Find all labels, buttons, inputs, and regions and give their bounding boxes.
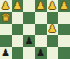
- black-pawn[interactable]: ♟: [25, 36, 34, 46]
- square-r2-c4[interactable]: [35, 12, 47, 24]
- chess-board: ♟♟♟♟♟♛♟♟♟♟: [0, 0, 70, 59]
- square-r2-c2[interactable]: [12, 12, 24, 24]
- square-r1-c4[interactable]: ♟: [35, 0, 47, 12]
- white-pawn[interactable]: ♟: [60, 0, 69, 10]
- square-r5-c1[interactable]: ♟: [0, 47, 12, 59]
- square-r4-c2[interactable]: [12, 35, 24, 47]
- white-pawn[interactable]: ♟: [48, 0, 57, 10]
- square-r5-c5[interactable]: [47, 47, 59, 59]
- square-r3-c3[interactable]: [23, 24, 35, 36]
- square-r3-c4[interactable]: [35, 24, 47, 36]
- square-r1-c3[interactable]: [23, 0, 35, 12]
- square-r4-c1[interactable]: [0, 35, 12, 47]
- square-r2-c6[interactable]: [58, 12, 70, 24]
- black-pawn[interactable]: ♟: [1, 48, 10, 58]
- square-r1-c2[interactable]: ♟: [12, 0, 24, 12]
- white-pawn[interactable]: ♟: [13, 0, 22, 10]
- square-r4-c4[interactable]: [35, 35, 47, 47]
- square-r3-c2[interactable]: [12, 24, 24, 36]
- square-r3-c5[interactable]: ♟: [47, 24, 59, 36]
- white-pawn[interactable]: ♟: [1, 0, 10, 10]
- white-pawn[interactable]: ♟: [36, 0, 45, 10]
- square-r2-c5[interactable]: [47, 12, 59, 24]
- black-pawn[interactable]: ♟: [36, 48, 45, 58]
- square-r5-c4[interactable]: ♟: [35, 47, 47, 59]
- square-r4-c3[interactable]: ♟: [23, 35, 35, 47]
- square-r5-c2[interactable]: [12, 47, 24, 59]
- square-r3-c1[interactable]: [0, 24, 12, 36]
- square-r4-c5[interactable]: [47, 35, 59, 47]
- square-r4-c6[interactable]: [58, 35, 70, 47]
- white-queen[interactable]: ♛: [1, 12, 10, 22]
- square-r1-c6[interactable]: ♟: [58, 0, 70, 12]
- white-pawn[interactable]: ♟: [48, 24, 57, 34]
- square-r5-c3[interactable]: [23, 47, 35, 59]
- square-r1-c5[interactable]: ♟: [47, 0, 59, 12]
- square-r1-c1[interactable]: ♟: [0, 0, 12, 12]
- square-r2-c1[interactable]: ♛: [0, 12, 12, 24]
- square-r2-c3[interactable]: [23, 12, 35, 24]
- square-r5-c6[interactable]: [58, 47, 70, 59]
- square-r3-c6[interactable]: [58, 24, 70, 36]
